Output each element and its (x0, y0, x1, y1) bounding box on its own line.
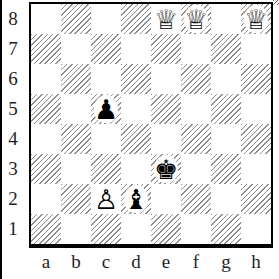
square-c2[interactable]: ♙ (91, 184, 121, 214)
square-f5[interactable] (181, 94, 211, 124)
square-g4[interactable] (211, 124, 241, 154)
rank-label-6: 6 (0, 64, 26, 94)
rank-label-4: 4 (0, 124, 26, 154)
square-e5[interactable] (151, 94, 181, 124)
square-e7[interactable] (151, 34, 181, 64)
square-g8[interactable] (211, 4, 241, 34)
square-f2[interactable] (181, 184, 211, 214)
file-label-d: d (121, 250, 151, 274)
square-c7[interactable] (91, 34, 121, 64)
square-b2[interactable] (61, 184, 91, 214)
square-c6[interactable] (91, 64, 121, 94)
file-label-e: e (151, 250, 181, 274)
square-b3[interactable] (61, 154, 91, 184)
square-e2[interactable] (151, 184, 181, 214)
rank-label-1: 1 (0, 214, 26, 244)
square-d8[interactable] (121, 4, 151, 34)
file-label-a: a (31, 250, 61, 274)
square-a6[interactable] (31, 64, 61, 94)
square-f6[interactable] (181, 64, 211, 94)
square-e6[interactable] (151, 64, 181, 94)
square-h1[interactable] (241, 214, 271, 244)
square-g6[interactable] (211, 64, 241, 94)
file-label-c: c (91, 250, 121, 274)
square-d5[interactable] (121, 94, 151, 124)
square-h5[interactable] (241, 94, 271, 124)
square-g2[interactable] (211, 184, 241, 214)
square-f1[interactable] (181, 214, 211, 244)
square-g7[interactable] (211, 34, 241, 64)
square-h6[interactable] (241, 64, 271, 94)
square-a3[interactable] (31, 154, 61, 184)
white-queen-e8[interactable]: ♕ (151, 4, 181, 34)
black-pawn-c5[interactable]: ♟ (91, 94, 121, 124)
file-label-h: h (241, 250, 271, 274)
chess-board[interactable]: ♕♕♕♟♚♙♝ (29, 2, 273, 248)
square-e3[interactable]: ♚ (151, 154, 181, 184)
white-pawn-c2[interactable]: ♙ (91, 184, 121, 214)
square-h4[interactable] (241, 124, 271, 154)
square-b4[interactable] (61, 124, 91, 154)
square-d6[interactable] (121, 64, 151, 94)
square-c3[interactable] (91, 154, 121, 184)
square-c5[interactable]: ♟ (91, 94, 121, 124)
rank-label-2: 2 (0, 184, 26, 214)
square-f3[interactable] (181, 154, 211, 184)
square-a4[interactable] (31, 124, 61, 154)
square-f7[interactable] (181, 34, 211, 64)
rank-label-3: 3 (0, 154, 26, 184)
file-label-g: g (211, 250, 241, 274)
square-a2[interactable] (31, 184, 61, 214)
file-label-f: f (181, 250, 211, 274)
black-bishop-d2[interactable]: ♝ (121, 184, 151, 214)
rank-label-7: 7 (0, 34, 26, 64)
scan-artifact (273, 0, 279, 5)
square-b7[interactable] (61, 34, 91, 64)
black-king-e3[interactable]: ♚ (151, 154, 181, 184)
square-b1[interactable] (61, 214, 91, 244)
square-e1[interactable] (151, 214, 181, 244)
square-f4[interactable] (181, 124, 211, 154)
square-e8[interactable]: ♕ (151, 4, 181, 34)
square-f8[interactable]: ♕ (181, 4, 211, 34)
square-b8[interactable] (61, 4, 91, 34)
square-b5[interactable] (61, 94, 91, 124)
square-g5[interactable] (211, 94, 241, 124)
square-h7[interactable] (241, 34, 271, 64)
square-a8[interactable] (31, 4, 61, 34)
square-d2[interactable]: ♝ (121, 184, 151, 214)
white-queen-f8[interactable]: ♕ (181, 4, 211, 34)
rank-label-8: 8 (0, 4, 26, 34)
file-label-b: b (61, 250, 91, 274)
rank-label-5: 5 (0, 94, 26, 124)
square-e4[interactable] (151, 124, 181, 154)
square-a7[interactable] (31, 34, 61, 64)
square-a5[interactable] (31, 94, 61, 124)
square-d1[interactable] (121, 214, 151, 244)
square-d7[interactable] (121, 34, 151, 64)
square-g1[interactable] (211, 214, 241, 244)
white-queen-h8[interactable]: ♕ (241, 4, 271, 34)
square-d3[interactable] (121, 154, 151, 184)
square-h2[interactable] (241, 184, 271, 214)
chess-diagram: 87654321 ♕♕♕♟♚♙♝ abcdefgh (0, 0, 279, 279)
square-a1[interactable] (31, 214, 61, 244)
square-h8[interactable]: ♕ (241, 4, 271, 34)
square-h3[interactable] (241, 154, 271, 184)
rank-labels: 87654321 (0, 4, 26, 244)
file-labels: abcdefgh (31, 250, 271, 274)
square-b6[interactable] (61, 64, 91, 94)
square-c4[interactable] (91, 124, 121, 154)
square-c8[interactable] (91, 4, 121, 34)
square-d4[interactable] (121, 124, 151, 154)
square-g3[interactable] (211, 154, 241, 184)
square-c1[interactable] (91, 214, 121, 244)
